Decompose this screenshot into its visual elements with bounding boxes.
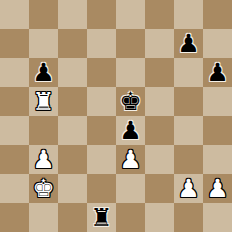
square-b6[interactable]: ♟ bbox=[29, 58, 58, 87]
square-g4[interactable] bbox=[174, 116, 203, 145]
square-h8[interactable] bbox=[203, 0, 232, 29]
square-b8[interactable] bbox=[29, 0, 58, 29]
square-d3[interactable] bbox=[87, 145, 116, 174]
square-h3[interactable] bbox=[203, 145, 232, 174]
square-e3[interactable]: ♟ bbox=[116, 145, 145, 174]
white-king-piece[interactable]: ♚ bbox=[32, 174, 54, 203]
square-a8[interactable] bbox=[0, 0, 29, 29]
square-g8[interactable] bbox=[174, 0, 203, 29]
white-rook-piece[interactable]: ♜ bbox=[32, 87, 54, 116]
black-pawn-piece[interactable]: ♟ bbox=[206, 58, 228, 87]
square-b5[interactable]: ♜ bbox=[29, 87, 58, 116]
black-rook-piece[interactable]: ♜ bbox=[90, 203, 112, 232]
square-c5[interactable] bbox=[58, 87, 87, 116]
square-e7[interactable] bbox=[116, 29, 145, 58]
white-pawn-piece[interactable]: ♟ bbox=[119, 145, 141, 174]
square-g5[interactable] bbox=[174, 87, 203, 116]
square-h1[interactable] bbox=[203, 203, 232, 232]
square-d1[interactable]: ♜ bbox=[87, 203, 116, 232]
black-king-piece[interactable]: ♚ bbox=[119, 87, 141, 116]
square-c3[interactable] bbox=[58, 145, 87, 174]
white-pawn-piece[interactable]: ♟ bbox=[177, 174, 199, 203]
square-d8[interactable] bbox=[87, 0, 116, 29]
square-f1[interactable] bbox=[145, 203, 174, 232]
square-e1[interactable] bbox=[116, 203, 145, 232]
square-e5[interactable]: ♚ bbox=[116, 87, 145, 116]
square-b4[interactable] bbox=[29, 116, 58, 145]
square-a2[interactable] bbox=[0, 174, 29, 203]
square-c1[interactable] bbox=[58, 203, 87, 232]
chess-board: ♟♟♟♜♚♟♟♟♚♟♟♜ bbox=[0, 0, 232, 232]
square-f6[interactable] bbox=[145, 58, 174, 87]
square-f3[interactable] bbox=[145, 145, 174, 174]
square-e6[interactable] bbox=[116, 58, 145, 87]
square-e4[interactable]: ♟ bbox=[116, 116, 145, 145]
square-h6[interactable]: ♟ bbox=[203, 58, 232, 87]
square-b2[interactable]: ♚ bbox=[29, 174, 58, 203]
square-b1[interactable] bbox=[29, 203, 58, 232]
square-g2[interactable]: ♟ bbox=[174, 174, 203, 203]
square-f5[interactable] bbox=[145, 87, 174, 116]
white-pawn-piece[interactable]: ♟ bbox=[206, 174, 228, 203]
square-a5[interactable] bbox=[0, 87, 29, 116]
black-pawn-piece[interactable]: ♟ bbox=[177, 29, 199, 58]
square-h2[interactable]: ♟ bbox=[203, 174, 232, 203]
square-g3[interactable] bbox=[174, 145, 203, 174]
square-b3[interactable]: ♟ bbox=[29, 145, 58, 174]
square-c8[interactable] bbox=[58, 0, 87, 29]
square-d5[interactable] bbox=[87, 87, 116, 116]
square-c2[interactable] bbox=[58, 174, 87, 203]
square-d4[interactable] bbox=[87, 116, 116, 145]
square-a1[interactable] bbox=[0, 203, 29, 232]
square-a3[interactable] bbox=[0, 145, 29, 174]
square-h4[interactable] bbox=[203, 116, 232, 145]
square-h7[interactable] bbox=[203, 29, 232, 58]
square-a7[interactable] bbox=[0, 29, 29, 58]
square-h5[interactable] bbox=[203, 87, 232, 116]
square-f4[interactable] bbox=[145, 116, 174, 145]
square-f8[interactable] bbox=[145, 0, 174, 29]
square-a6[interactable] bbox=[0, 58, 29, 87]
square-d6[interactable] bbox=[87, 58, 116, 87]
black-pawn-piece[interactable]: ♟ bbox=[119, 116, 141, 145]
square-c6[interactable] bbox=[58, 58, 87, 87]
square-d2[interactable] bbox=[87, 174, 116, 203]
white-pawn-piece[interactable]: ♟ bbox=[32, 145, 54, 174]
square-g6[interactable] bbox=[174, 58, 203, 87]
square-g1[interactable] bbox=[174, 203, 203, 232]
square-g7[interactable]: ♟ bbox=[174, 29, 203, 58]
square-d7[interactable] bbox=[87, 29, 116, 58]
square-e8[interactable] bbox=[116, 0, 145, 29]
square-f7[interactable] bbox=[145, 29, 174, 58]
black-pawn-piece[interactable]: ♟ bbox=[32, 58, 54, 87]
square-c4[interactable] bbox=[58, 116, 87, 145]
square-e2[interactable] bbox=[116, 174, 145, 203]
square-c7[interactable] bbox=[58, 29, 87, 58]
square-b7[interactable] bbox=[29, 29, 58, 58]
square-a4[interactable] bbox=[0, 116, 29, 145]
square-f2[interactable] bbox=[145, 174, 174, 203]
